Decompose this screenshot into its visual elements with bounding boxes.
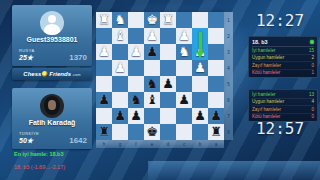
stat-label: Kötü hamleler [252, 70, 280, 75]
game-screen: Guest39538801 RUSYA 25★ 1370 Chess Frien… [0, 0, 320, 180]
white-pawn: ♟ [130, 44, 142, 60]
black-pawn: ♟ [98, 92, 110, 108]
square-a3[interactable] [208, 44, 224, 60]
square-c7[interactable] [176, 108, 192, 124]
square-e6[interactable]: ♝ [144, 92, 160, 108]
stat-row: Kötü hamleler1 [252, 70, 314, 77]
move-stats-panel-top: 18. b3 İyi hamleler15Uygun hamleler2Zayı… [248, 36, 318, 78]
player-country-top: RUSYA [19, 48, 34, 53]
square-d7[interactable] [160, 108, 176, 124]
square-e1[interactable]: ♚ [144, 12, 160, 28]
black-pawn: ♟ [162, 76, 174, 92]
square-f3[interactable]: ♟ [128, 44, 144, 60]
clock-top: 12:27 [242, 11, 318, 30]
square-d6[interactable] [160, 92, 176, 108]
square-g5[interactable] [112, 76, 128, 92]
avatar-bottom [40, 94, 64, 118]
black-knight: ♞ [130, 92, 142, 108]
ball-icon [42, 71, 48, 77]
square-f7[interactable]: ♟ [128, 108, 144, 124]
square-b5[interactable] [192, 76, 208, 92]
black-pawn: ♟ [178, 92, 190, 108]
white-pawn: ♟ [178, 28, 190, 44]
white-knight: ♞ [114, 12, 126, 28]
black-pawn: ♟ [210, 108, 222, 124]
stat-label: Uygun hamleler [252, 55, 284, 60]
square-h6[interactable]: ♟ [96, 92, 112, 108]
square-d5[interactable]: ♟ [160, 76, 176, 92]
background-band [148, 161, 320, 180]
last-move-header: 18. b3 [252, 38, 314, 47]
stat-value: 13 [309, 92, 314, 97]
black-pawn: ♟ [130, 108, 142, 124]
square-h8[interactable]: ♜ [96, 124, 112, 140]
file-label-g: g [112, 140, 128, 148]
square-b1[interactable] [192, 12, 208, 28]
move-quality-dot [310, 40, 314, 44]
white-pawn: ♟ [146, 28, 158, 44]
stat-value: 2 [311, 55, 314, 60]
square-e8[interactable]: ♚ [144, 124, 160, 140]
file-label-e: e [144, 140, 160, 148]
square-g1[interactable]: ♞ [112, 12, 128, 28]
square-e3[interactable]: ♟ [144, 44, 160, 60]
rank-label-5: 5 [224, 76, 233, 92]
rank-label-1: 1 [224, 12, 233, 28]
square-e7[interactable] [144, 108, 160, 124]
stat-row: Uygun hamleler2 [252, 55, 314, 63]
square-b7[interactable]: ♟ [192, 108, 208, 124]
white-pawn: ♟ [114, 60, 126, 76]
last-move-label: 18. b3 [252, 39, 268, 45]
chess-board[interactable]: ♜♞♚♜♝♟♟♟♟♟♞♟♟♟♞♟♟♞♝♟♟♟♟♟♜♚♜ [96, 12, 224, 140]
rank-label-8: 8 [224, 124, 233, 140]
white-pawn: ♟ [98, 44, 110, 60]
square-c4[interactable] [176, 60, 192, 76]
square-d3[interactable] [160, 44, 176, 60]
square-g6[interactable] [112, 92, 128, 108]
square-a8[interactable]: ♜ [208, 124, 224, 140]
square-c8[interactable] [176, 124, 192, 140]
stat-value: 0 [311, 63, 314, 68]
square-a2[interactable] [208, 28, 224, 44]
square-h3[interactable]: ♟ [96, 44, 112, 60]
rank-label-4: 4 [224, 60, 233, 76]
square-e4[interactable] [144, 60, 160, 76]
square-a4[interactable] [208, 60, 224, 76]
black-knight: ♞ [146, 76, 158, 92]
black-rook: ♜ [210, 124, 222, 140]
rank-label-7: 7 [224, 108, 233, 124]
square-h7[interactable] [96, 108, 112, 124]
square-f1[interactable] [128, 12, 144, 28]
avatar-top [40, 11, 64, 35]
square-b4[interactable]: ♟ [192, 60, 208, 76]
move-arrow [199, 32, 202, 52]
file-label-d: d [160, 140, 176, 148]
white-king: ♚ [146, 12, 158, 28]
square-g3[interactable] [112, 44, 128, 60]
stat-value: 4 [311, 99, 314, 104]
white-bishop: ♝ [114, 28, 126, 44]
stat-label: Uygun hamleler [252, 99, 284, 104]
person-icon [44, 24, 60, 35]
player-rating-top: 1370 [69, 53, 87, 62]
stat-label: İyi hamleler [252, 92, 276, 97]
player-card-bottom: Fatih Karadağ TÜRKİYE 50★ 1642 [12, 88, 92, 149]
square-c6[interactable]: ♟ [176, 92, 192, 108]
white-rook: ♜ [98, 12, 110, 28]
white-pawn: ♟ [194, 60, 206, 76]
square-d4[interactable] [160, 60, 176, 76]
black-rook: ♜ [98, 124, 110, 140]
square-c1[interactable] [176, 12, 192, 28]
move-arrow-tip [196, 52, 204, 58]
rank-label-6: 6 [224, 92, 233, 108]
square-a6[interactable] [208, 92, 224, 108]
move-stats-panel-bottom: İyi hamleler13Uygun hamleler4Zayıf hamle… [248, 89, 318, 122]
black-king: ♚ [146, 124, 158, 140]
player-name-bottom: Fatih Karadağ [12, 119, 92, 126]
stat-label: Zayıf hamleler [252, 107, 281, 112]
square-f4[interactable] [128, 60, 144, 76]
player-card-top: Guest39538801 RUSYA 25★ 1370 [12, 5, 92, 66]
stat-label: İyi hamleler [252, 48, 276, 53]
square-g2[interactable]: ♝ [112, 28, 128, 44]
black-pawn: ♟ [114, 108, 126, 124]
square-a1[interactable] [208, 12, 224, 28]
square-d1[interactable]: ♜ [160, 12, 176, 28]
rank-label-2: 2 [224, 28, 233, 44]
best-move-text: En iyi hamle: 18.b3 [14, 151, 64, 157]
file-label-b: b [192, 140, 208, 148]
square-e2[interactable]: ♟ [144, 28, 160, 44]
player-country-bottom: TÜRKİYE [19, 131, 39, 136]
square-d2[interactable] [160, 28, 176, 44]
logo-text-friends: Friends [49, 71, 71, 77]
square-f8[interactable] [128, 124, 144, 140]
square-e5[interactable]: ♞ [144, 76, 160, 92]
stat-row: Zayıf hamleler0 [252, 106, 314, 114]
avatar-photo-face [48, 100, 56, 110]
player-stars-top: 25★ [19, 54, 33, 62]
stat-value: 15 [309, 48, 314, 53]
played-move-eval-text: 18. b3 (-1.69→-2.17) [14, 164, 65, 170]
black-bishop: ♝ [146, 92, 158, 108]
rank-labels: 12345678 [224, 12, 233, 140]
square-h5[interactable] [96, 76, 112, 92]
file-label-c: c [176, 140, 192, 148]
stat-value: 1 [311, 70, 314, 75]
square-h1[interactable]: ♜ [96, 12, 112, 28]
rank-label-3: 3 [224, 44, 233, 60]
square-f2[interactable] [128, 28, 144, 44]
stat-row: Uygun hamleler4 [252, 99, 314, 107]
clock-bottom: 12:57 [242, 119, 318, 138]
square-c3[interactable]: ♞ [176, 44, 192, 60]
player-name-top: Guest39538801 [12, 36, 92, 43]
square-c5[interactable] [176, 76, 192, 92]
stat-row: İyi hamleler13 [252, 91, 314, 99]
square-f5[interactable] [128, 76, 144, 92]
white-knight: ♞ [178, 44, 190, 60]
stat-row: İyi hamleler15 [252, 47, 314, 55]
player-stars-bottom: 50★ [19, 137, 33, 145]
logo-text-chess: Chess [23, 71, 41, 77]
file-label-f: f [128, 140, 144, 148]
black-pawn: ♟ [146, 44, 158, 60]
square-c2[interactable]: ♟ [176, 28, 192, 44]
square-h4[interactable] [96, 60, 112, 76]
square-b6[interactable] [192, 92, 208, 108]
square-a7[interactable]: ♟ [208, 108, 224, 124]
white-rook: ♜ [162, 12, 174, 28]
person-icon [48, 15, 56, 23]
chessfriends-logo[interactable]: Chess Friends .com [12, 68, 92, 80]
file-labels: hgfedcba [96, 140, 224, 148]
logo-text-com: .com [72, 72, 81, 77]
square-a5[interactable] [208, 76, 224, 92]
file-label-h: h [96, 140, 112, 148]
square-d8[interactable] [160, 124, 176, 140]
black-pawn: ♟ [194, 108, 206, 124]
square-h2[interactable] [96, 28, 112, 44]
square-b8[interactable] [192, 124, 208, 140]
stat-row: Zayıf hamleler0 [252, 62, 314, 70]
square-f6[interactable]: ♞ [128, 92, 144, 108]
square-g8[interactable] [112, 124, 128, 140]
square-g4[interactable]: ♟ [112, 60, 128, 76]
square-g7[interactable]: ♟ [112, 108, 128, 124]
file-label-a: a [208, 140, 224, 148]
player-rating-bottom: 1642 [69, 136, 87, 145]
stat-label: Zayıf hamleler [252, 63, 281, 68]
stat-value: 0 [311, 107, 314, 112]
